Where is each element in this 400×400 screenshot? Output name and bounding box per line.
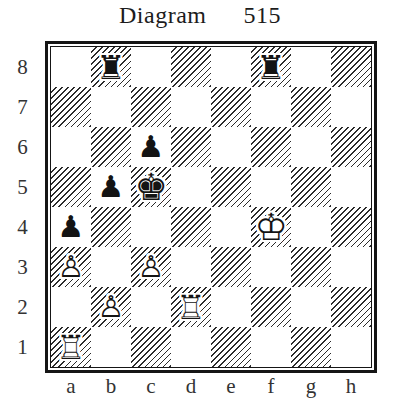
file-label-d: d [171,374,211,398]
square-h7 [331,87,371,127]
square-c8 [131,47,171,87]
square-h3 [331,247,371,287]
square-a6 [51,127,91,167]
square-a4: ♟♟ [51,207,91,247]
diagram-title: Diagram 515 [0,2,400,29]
white-king: ♔ [251,207,291,247]
square-h4 [331,207,371,247]
rank-label-6: 6 [0,127,45,167]
white-pawn: ♙ [51,247,91,287]
file-label-b: b [91,374,131,398]
rank-label-1: 1 [0,327,45,367]
rank-label-5: 5 [0,167,45,207]
file-label-g: g [291,374,331,398]
file-label-e: e [211,374,251,398]
rank-label-8: 8 [0,47,45,87]
black-pawn: ♟ [131,127,171,167]
square-b4 [91,207,131,247]
square-d4 [171,207,211,247]
square-f3 [251,247,291,287]
white-pawn: ♙ [91,287,131,327]
square-f4: ♚♔ [251,207,291,247]
square-d6 [171,127,211,167]
square-f5 [251,167,291,207]
square-h1 [331,327,371,367]
square-c5: ♚♚ [131,167,171,207]
square-b5: ♟♟ [91,167,131,207]
square-d5 [171,167,211,207]
square-a1: ♜♖ [51,327,91,367]
square-a8 [51,47,91,87]
square-c7 [131,87,171,127]
board-grid: ♜♜♜♜♟♟♟♟♚♚♟♟♚♔♟♙♟♙♟♙♜♖♜♖ [50,46,372,368]
square-a7 [51,87,91,127]
file-label-c: c [131,374,171,398]
square-b1 [91,327,131,367]
square-b7 [91,87,131,127]
chess-board: ♜♜♜♜♟♟♟♟♚♚♟♟♚♔♟♙♟♙♟♙♜♖♜♖ [45,41,377,373]
square-e6 [211,127,251,167]
black-king: ♚ [131,167,171,207]
square-c2 [131,287,171,327]
rank-label-7: 7 [0,87,45,127]
square-g7 [291,87,331,127]
square-d7 [171,87,211,127]
file-label-h: h [331,374,371,398]
square-e4 [211,207,251,247]
square-e2 [211,287,251,327]
chess-diagram-page: Diagram 515 87654321 ♜♜♜♜♟♟♟♟♚♚♟♟♚♔♟♙♟♙♟… [0,0,400,400]
square-h8 [331,47,371,87]
square-f8: ♜♜ [251,47,291,87]
black-pawn: ♟ [91,167,131,207]
square-f2 [251,287,291,327]
square-g4 [291,207,331,247]
square-d8 [171,47,211,87]
white-rook: ♖ [171,287,211,327]
file-label-a: a [51,374,91,398]
square-g5 [291,167,331,207]
rank-label-2: 2 [0,287,45,327]
square-e3 [211,247,251,287]
square-a5 [51,167,91,207]
square-g6 [291,127,331,167]
square-c1 [131,327,171,367]
square-b3 [91,247,131,287]
square-e5 [211,167,251,207]
white-pawn: ♙ [131,247,171,287]
square-e7 [211,87,251,127]
black-rook: ♜ [91,47,131,87]
square-d2: ♜♖ [171,287,211,327]
square-b8: ♜♜ [91,47,131,87]
square-c6: ♟♟ [131,127,171,167]
square-h6 [331,127,371,167]
square-f1 [251,327,291,367]
rank-label-4: 4 [0,207,45,247]
square-f7 [251,87,291,127]
square-d1 [171,327,211,367]
rank-label-3: 3 [0,247,45,287]
square-g3 [291,247,331,287]
square-h2 [331,287,371,327]
square-b2: ♟♙ [91,287,131,327]
black-rook: ♜ [251,47,291,87]
square-a3: ♟♙ [51,247,91,287]
square-c3: ♟♙ [131,247,171,287]
square-d3 [171,247,211,287]
square-g2 [291,287,331,327]
file-labels: abcdefgh [51,374,371,398]
square-e1 [211,327,251,367]
square-f6 [251,127,291,167]
square-c4 [131,207,171,247]
square-g1 [291,327,331,367]
square-g8 [291,47,331,87]
rank-labels: 87654321 [0,47,45,367]
black-pawn: ♟ [51,207,91,247]
white-rook: ♖ [51,327,91,367]
file-label-f: f [251,374,291,398]
square-h5 [331,167,371,207]
square-b6 [91,127,131,167]
square-a2 [51,287,91,327]
square-e8 [211,47,251,87]
